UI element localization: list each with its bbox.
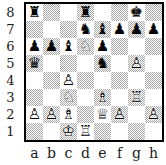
square-b1[interactable] xyxy=(43,123,60,140)
square-h3[interactable] xyxy=(145,89,162,106)
square-c3[interactable]: ♘ xyxy=(60,89,77,106)
square-h1[interactable] xyxy=(145,123,162,140)
square-d2[interactable] xyxy=(77,106,94,123)
square-e5[interactable]: ♞ xyxy=(94,55,111,72)
square-b4[interactable] xyxy=(43,72,60,89)
file-label-g: g xyxy=(128,142,145,163)
piece-black-knight[interactable]: ♞ xyxy=(79,21,92,38)
file-label-f: f xyxy=(111,142,128,163)
square-e3[interactable]: ♗ xyxy=(94,89,111,106)
square-a2[interactable]: ♙ xyxy=(26,106,43,123)
square-f8[interactable] xyxy=(111,4,128,21)
rank-label-3: 3 xyxy=(2,89,19,106)
square-h5[interactable] xyxy=(145,55,162,72)
square-d5[interactable] xyxy=(77,55,94,72)
square-f2[interactable]: ♙ xyxy=(111,106,128,123)
rank-label-6: 6 xyxy=(2,38,19,55)
square-h7[interactable]: ♟ xyxy=(145,21,162,38)
piece-white-pawn[interactable]: ♙ xyxy=(113,106,126,123)
square-a6[interactable]: ♟ xyxy=(26,38,43,55)
rank-label-8: 8 xyxy=(2,4,19,21)
file-label-a: a xyxy=(26,142,43,163)
square-e1[interactable] xyxy=(94,123,111,140)
square-d4[interactable] xyxy=(77,72,94,89)
piece-black-pawn[interactable]: ♟ xyxy=(96,38,109,55)
square-e8[interactable] xyxy=(94,4,111,21)
square-d7[interactable]: ♞ xyxy=(77,21,94,38)
square-f1[interactable] xyxy=(111,123,128,140)
piece-black-rook[interactable]: ♜ xyxy=(28,4,41,21)
piece-black-pawn[interactable]: ♟ xyxy=(147,21,160,38)
piece-black-pawn[interactable]: ♟ xyxy=(28,38,41,55)
piece-white-pawn[interactable]: ♙ xyxy=(62,72,75,89)
piece-black-king[interactable]: ♚ xyxy=(130,4,143,21)
square-f4[interactable] xyxy=(111,72,128,89)
rank-label-2: 2 xyxy=(2,106,19,123)
rank-labels: 87654321 xyxy=(2,4,19,140)
piece-black-rook[interactable]: ♜ xyxy=(79,4,92,21)
piece-black-bishop[interactable]: ♝ xyxy=(62,38,75,55)
square-e7[interactable]: ♝ xyxy=(94,21,111,38)
rank-label-4: 4 xyxy=(2,72,19,89)
chess-board: ♜♜♚♞♝♟♟♟♟♟♝♘♟♛♞♙♙♘♗♖♙♙♗♕♙♙♔♖ xyxy=(24,2,164,142)
square-c6[interactable]: ♝ xyxy=(60,38,77,55)
square-b5[interactable] xyxy=(43,55,60,72)
square-a3[interactable] xyxy=(26,89,43,106)
piece-black-knight[interactable]: ♞ xyxy=(96,55,109,72)
file-label-h: h xyxy=(145,142,162,163)
square-d3[interactable] xyxy=(77,89,94,106)
square-g3[interactable]: ♖ xyxy=(128,89,145,106)
piece-white-pawn[interactable]: ♙ xyxy=(45,106,58,123)
square-c4[interactable]: ♙ xyxy=(60,72,77,89)
piece-white-knight[interactable]: ♘ xyxy=(79,38,92,55)
chess-diagram: 87654321 ♜♜♚♞♝♟♟♟♟♟♝♘♟♛♞♙♙♘♗♖♙♙♗♕♙♙♔♖ ab… xyxy=(0,0,166,165)
piece-black-bishop[interactable]: ♝ xyxy=(96,21,109,38)
rank-label-5: 5 xyxy=(2,55,19,72)
square-c7[interactable] xyxy=(60,21,77,38)
rank-label-7: 7 xyxy=(2,21,19,38)
square-h2[interactable]: ♙ xyxy=(145,106,162,123)
piece-white-pawn[interactable]: ♙ xyxy=(28,106,41,123)
square-f3[interactable] xyxy=(111,89,128,106)
square-b8[interactable] xyxy=(43,4,60,21)
square-a8[interactable]: ♜ xyxy=(26,4,43,21)
rank-label-1: 1 xyxy=(2,123,19,140)
square-g8[interactable]: ♚ xyxy=(128,4,145,21)
piece-white-pawn[interactable]: ♙ xyxy=(147,106,160,123)
file-label-b: b xyxy=(43,142,60,163)
file-label-c: c xyxy=(60,142,77,163)
square-g6[interactable] xyxy=(128,38,145,55)
square-b3[interactable] xyxy=(43,89,60,106)
piece-white-queen[interactable]: ♕ xyxy=(96,106,109,123)
piece-white-pawn[interactable]: ♙ xyxy=(130,55,143,72)
square-f5[interactable] xyxy=(111,55,128,72)
piece-white-knight[interactable]: ♘ xyxy=(62,89,75,106)
square-g4[interactable] xyxy=(128,72,145,89)
square-b2[interactable]: ♙ xyxy=(43,106,60,123)
square-h8[interactable] xyxy=(145,4,162,21)
piece-white-king[interactable]: ♔ xyxy=(62,123,75,140)
square-f7[interactable]: ♟ xyxy=(111,21,128,38)
square-e4[interactable] xyxy=(94,72,111,89)
square-g7[interactable]: ♟ xyxy=(128,21,145,38)
square-c1[interactable]: ♔ xyxy=(60,123,77,140)
square-a7[interactable] xyxy=(26,21,43,38)
piece-black-pawn[interactable]: ♟ xyxy=(45,38,58,55)
square-a4[interactable] xyxy=(26,72,43,89)
square-e6[interactable]: ♟ xyxy=(94,38,111,55)
square-h6[interactable] xyxy=(145,38,162,55)
square-b6[interactable]: ♟ xyxy=(43,38,60,55)
square-g2[interactable] xyxy=(128,106,145,123)
file-labels: abcdefgh xyxy=(26,142,162,163)
square-e2[interactable]: ♕ xyxy=(94,106,111,123)
square-g1[interactable] xyxy=(128,123,145,140)
square-a1[interactable] xyxy=(26,123,43,140)
file-label-e: e xyxy=(94,142,111,163)
square-d8[interactable]: ♜ xyxy=(77,4,94,21)
piece-white-bishop[interactable]: ♗ xyxy=(62,106,75,123)
piece-white-rook[interactable]: ♖ xyxy=(130,89,143,106)
square-h4[interactable] xyxy=(145,72,162,89)
piece-white-rook[interactable]: ♖ xyxy=(79,123,92,140)
square-c2[interactable]: ♗ xyxy=(60,106,77,123)
square-c8[interactable] xyxy=(60,4,77,21)
piece-white-bishop[interactable]: ♗ xyxy=(96,89,109,106)
square-d6[interactable]: ♘ xyxy=(77,38,94,55)
square-b7[interactable] xyxy=(43,21,60,38)
square-f6[interactable] xyxy=(111,38,128,55)
square-a5[interactable]: ♛ xyxy=(26,55,43,72)
piece-black-pawn[interactable]: ♟ xyxy=(113,21,126,38)
square-c5[interactable] xyxy=(60,55,77,72)
square-g5[interactable]: ♙ xyxy=(128,55,145,72)
piece-black-pawn[interactable]: ♟ xyxy=(130,21,143,38)
square-d1[interactable]: ♖ xyxy=(77,123,94,140)
file-label-d: d xyxy=(77,142,94,163)
piece-black-queen[interactable]: ♛ xyxy=(28,55,41,72)
